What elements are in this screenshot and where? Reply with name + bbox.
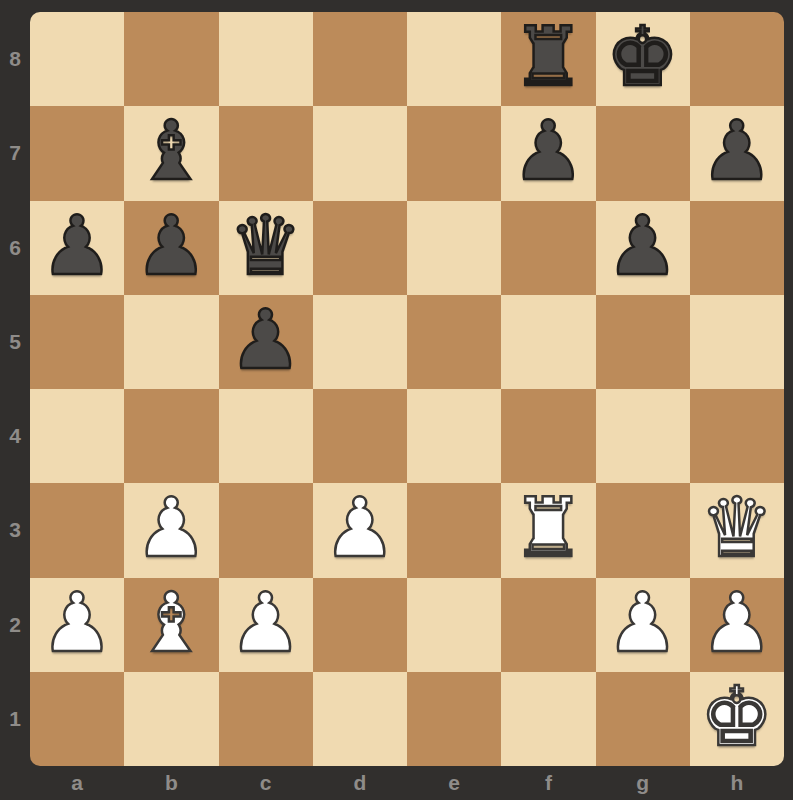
square-g4[interactable] (596, 389, 690, 483)
square-e1[interactable] (407, 672, 501, 766)
square-a4[interactable] (30, 389, 124, 483)
file-label-e: e (407, 766, 501, 800)
file-labels: abcdefgh (30, 766, 784, 800)
square-d6[interactable] (313, 201, 407, 295)
square-c3[interactable] (219, 483, 313, 577)
square-g1[interactable] (596, 672, 690, 766)
square-e5[interactable] (407, 295, 501, 389)
square-h6[interactable] (690, 201, 784, 295)
square-g2[interactable]: ♟ (596, 578, 690, 672)
rank-label-8: 8 (0, 12, 30, 106)
square-c7[interactable] (219, 106, 313, 200)
square-a3[interactable] (30, 483, 124, 577)
square-d4[interactable] (313, 389, 407, 483)
black-king[interactable]: ♚ (606, 16, 680, 98)
square-c2[interactable]: ♟ (219, 578, 313, 672)
rank-label-1: 1 (0, 672, 30, 766)
square-a1[interactable] (30, 672, 124, 766)
white-pawn[interactable]: ♟ (40, 582, 114, 664)
black-rook[interactable]: ♜ (512, 16, 586, 98)
black-bishop[interactable]: ♝ (135, 110, 209, 192)
white-king[interactable]: ♚ (700, 676, 774, 758)
square-e8[interactable] (407, 12, 501, 106)
black-pawn[interactable]: ♟ (40, 205, 114, 287)
rank-label-6: 6 (0, 201, 30, 295)
square-a8[interactable] (30, 12, 124, 106)
square-b7[interactable]: ♝ (124, 106, 218, 200)
white-rook[interactable]: ♜ (512, 487, 586, 569)
black-pawn[interactable]: ♟ (606, 205, 680, 287)
square-c5[interactable]: ♟ (219, 295, 313, 389)
square-a7[interactable] (30, 106, 124, 200)
square-g3[interactable] (596, 483, 690, 577)
square-b3[interactable]: ♟ (124, 483, 218, 577)
file-label-b: b (124, 766, 218, 800)
square-h1[interactable]: ♚ (690, 672, 784, 766)
file-label-g: g (596, 766, 690, 800)
black-pawn[interactable]: ♟ (700, 110, 774, 192)
square-c4[interactable] (219, 389, 313, 483)
file-label-a: a (30, 766, 124, 800)
square-d5[interactable] (313, 295, 407, 389)
white-pawn[interactable]: ♟ (135, 487, 209, 569)
square-f6[interactable] (501, 201, 595, 295)
square-f3[interactable]: ♜ (501, 483, 595, 577)
square-e2[interactable] (407, 578, 501, 672)
square-g5[interactable] (596, 295, 690, 389)
rank-label-7: 7 (0, 106, 30, 200)
square-e6[interactable] (407, 201, 501, 295)
square-f7[interactable]: ♟ (501, 106, 595, 200)
square-b5[interactable] (124, 295, 218, 389)
rank-label-4: 4 (0, 389, 30, 483)
black-pawn[interactable]: ♟ (512, 110, 586, 192)
square-e4[interactable] (407, 389, 501, 483)
square-e7[interactable] (407, 106, 501, 200)
square-b6[interactable]: ♟ (124, 201, 218, 295)
file-label-f: f (501, 766, 595, 800)
square-f5[interactable] (501, 295, 595, 389)
square-h8[interactable] (690, 12, 784, 106)
square-h4[interactable] (690, 389, 784, 483)
square-d1[interactable] (313, 672, 407, 766)
rank-label-2: 2 (0, 578, 30, 672)
white-pawn[interactable]: ♟ (700, 582, 774, 664)
white-queen[interactable]: ♛ (700, 487, 774, 569)
square-a2[interactable]: ♟ (30, 578, 124, 672)
square-g8[interactable]: ♚ (596, 12, 690, 106)
square-f1[interactable] (501, 672, 595, 766)
white-bishop[interactable]: ♝ (135, 582, 209, 664)
square-a5[interactable] (30, 295, 124, 389)
square-h2[interactable]: ♟ (690, 578, 784, 672)
square-d3[interactable]: ♟ (313, 483, 407, 577)
rank-label-3: 3 (0, 483, 30, 577)
square-f2[interactable] (501, 578, 595, 672)
white-pawn[interactable]: ♟ (229, 582, 303, 664)
rank-label-5: 5 (0, 295, 30, 389)
chess-board: ♜♚♝♟♟♟♟♛♟♟♟♟♜♛♟♝♟♟♟♚ (30, 12, 784, 766)
square-b8[interactable] (124, 12, 218, 106)
white-pawn[interactable]: ♟ (323, 487, 397, 569)
square-b2[interactable]: ♝ (124, 578, 218, 672)
square-a6[interactable]: ♟ (30, 201, 124, 295)
square-e3[interactable] (407, 483, 501, 577)
square-c6[interactable]: ♛ (219, 201, 313, 295)
square-d2[interactable] (313, 578, 407, 672)
file-label-h: h (690, 766, 784, 800)
square-h5[interactable] (690, 295, 784, 389)
square-f8[interactable]: ♜ (501, 12, 595, 106)
square-h3[interactable]: ♛ (690, 483, 784, 577)
black-pawn[interactable]: ♟ (135, 205, 209, 287)
black-queen[interactable]: ♛ (229, 205, 303, 287)
black-pawn[interactable]: ♟ (229, 299, 303, 381)
square-b1[interactable] (124, 672, 218, 766)
rank-labels: 87654321 (0, 12, 30, 766)
square-b4[interactable] (124, 389, 218, 483)
file-label-d: d (313, 766, 407, 800)
file-label-c: c (219, 766, 313, 800)
square-h7[interactable]: ♟ (690, 106, 784, 200)
square-d7[interactable] (313, 106, 407, 200)
square-f4[interactable] (501, 389, 595, 483)
square-c1[interactable] (219, 672, 313, 766)
square-g6[interactable]: ♟ (596, 201, 690, 295)
white-pawn[interactable]: ♟ (606, 582, 680, 664)
square-g7[interactable] (596, 106, 690, 200)
square-d8[interactable] (313, 12, 407, 106)
square-c8[interactable] (219, 12, 313, 106)
